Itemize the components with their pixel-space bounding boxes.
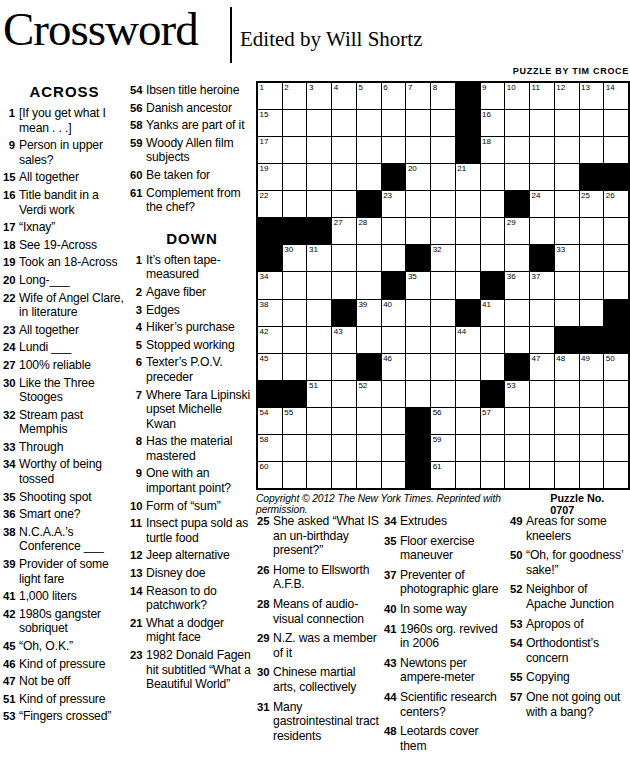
grid-cell[interactable] xyxy=(357,408,381,434)
grid-cell[interactable] xyxy=(406,191,430,217)
grid-cell[interactable] xyxy=(357,110,381,136)
grid-cell[interactable] xyxy=(505,408,529,434)
clue-text: What a dodger might face xyxy=(146,616,254,645)
grid-cell[interactable] xyxy=(332,354,356,380)
clue-text: 1982 Donald Fagen hit subtitled “What a … xyxy=(146,648,254,692)
cell-number: 12 xyxy=(556,83,565,93)
grid-cell[interactable] xyxy=(456,462,480,488)
grid-cell[interactable]: 43 xyxy=(332,327,356,353)
grid-cell[interactable] xyxy=(530,218,554,244)
grid-cell[interactable]: 57 xyxy=(481,408,505,434)
clue-number: 2 xyxy=(130,285,146,300)
grid-cell[interactable] xyxy=(332,110,356,136)
grid-cell[interactable]: 41 xyxy=(481,300,505,326)
grid-cell[interactable]: 12 xyxy=(555,83,579,109)
grid-cell[interactable]: 30 xyxy=(283,245,307,271)
grid-cell[interactable]: 39 xyxy=(357,300,381,326)
clue-column-across-down: 54Ibsen title heroine56Danish ancestor58… xyxy=(130,83,254,695)
clue-down-23: 231982 Donald Fagen hit subtitled “What … xyxy=(130,648,254,692)
clue-down-30: 30Chinese martial arts, collectively xyxy=(257,665,379,694)
grid-cell[interactable] xyxy=(283,164,307,190)
grid-cell[interactable] xyxy=(283,462,307,488)
grid-cell[interactable] xyxy=(530,381,554,407)
grid-cell[interactable] xyxy=(382,435,406,461)
clue-down-1: 1It’s often tape-measured xyxy=(130,253,254,282)
grid-cell[interactable]: 13 xyxy=(580,83,604,109)
grid-cell[interactable]: 11 xyxy=(530,83,554,109)
grid-cell[interactable] xyxy=(382,408,406,434)
cell-number: 60 xyxy=(260,462,269,472)
grid-cell[interactable] xyxy=(382,381,406,407)
grid-cell[interactable] xyxy=(530,462,554,488)
grid-cell[interactable] xyxy=(406,110,430,136)
clue-down-26: 26Home to Ellsworth A.F.B. xyxy=(257,563,379,592)
grid-cell[interactable] xyxy=(555,110,579,136)
grid-cell[interactable] xyxy=(357,164,381,190)
clue-text: Shooting spot xyxy=(19,490,126,505)
clue-text: Wife of Angel Clare, in literature xyxy=(19,291,126,320)
cell-number: 55 xyxy=(284,408,293,418)
clue-number: 47 xyxy=(3,674,19,689)
grid-cell[interactable] xyxy=(431,191,455,217)
grid-cell[interactable] xyxy=(431,327,455,353)
grid-cell[interactable] xyxy=(431,137,455,163)
grid-cell[interactable] xyxy=(505,164,529,190)
clue-across-1: 1[If you get what I mean . . .] xyxy=(3,106,126,135)
grid-cell[interactable] xyxy=(456,381,480,407)
clue-down-14: 14Reason to do patchwork? xyxy=(130,584,254,613)
clue-across-60: 60Be taken for xyxy=(130,168,254,183)
clue-text: Danish ancestor xyxy=(146,101,254,116)
grid-cell[interactable] xyxy=(332,408,356,434)
grid-cell[interactable] xyxy=(357,435,381,461)
grid-cell[interactable] xyxy=(307,462,331,488)
grid-cell[interactable] xyxy=(431,300,455,326)
cell-number: 26 xyxy=(606,191,615,201)
grid-cell[interactable] xyxy=(382,137,406,163)
grid-cell[interactable] xyxy=(456,435,480,461)
clue-text: Means of audio-visual connection xyxy=(273,597,379,626)
grid-cell[interactable]: 33 xyxy=(555,245,579,271)
grid-cell[interactable] xyxy=(481,435,505,461)
grid-cell[interactable] xyxy=(382,110,406,136)
grid-cell[interactable]: 8 xyxy=(431,83,455,109)
grid-cell[interactable] xyxy=(332,435,356,461)
grid-cell[interactable] xyxy=(406,137,430,163)
grid-cell[interactable] xyxy=(580,462,604,488)
grid-cell[interactable] xyxy=(283,354,307,380)
clue-text: Has the material mastered xyxy=(146,434,254,463)
grid-cell[interactable] xyxy=(382,218,406,244)
clue-down-9: 9One with an important point? xyxy=(130,466,254,495)
clue-text: It’s often tape-measured xyxy=(146,253,254,282)
grid-cell[interactable] xyxy=(357,272,381,298)
grid-cell[interactable] xyxy=(580,137,604,163)
grid-cell[interactable] xyxy=(604,110,628,136)
cell-number: 43 xyxy=(334,327,343,337)
grid-cell[interactable] xyxy=(530,110,554,136)
clue-across-16: 16Title bandit in a Verdi work xyxy=(3,188,126,217)
grid-cell[interactable] xyxy=(406,300,430,326)
grid-cell[interactable]: 53 xyxy=(505,381,529,407)
grid-cell[interactable] xyxy=(555,408,579,434)
clue-down-35: 35Floor exercise maneuver xyxy=(384,534,506,563)
grid-cell[interactable] xyxy=(580,110,604,136)
clue-down-11: 11Insect pupa sold as turtle food xyxy=(130,516,254,545)
grid-cell[interactable] xyxy=(580,381,604,407)
clue-list-header-across: ACROSS xyxy=(3,83,126,100)
clue-across-59: 59Woody Allen film subjects xyxy=(130,136,254,165)
grid-cell-black xyxy=(307,218,331,244)
grid-cell[interactable] xyxy=(555,272,579,298)
grid-cell[interactable]: 37 xyxy=(530,272,554,298)
grid-cell[interactable]: 27 xyxy=(332,218,356,244)
grid-cell[interactable]: 38 xyxy=(258,300,282,326)
grid-cell[interactable]: 15 xyxy=(258,110,282,136)
title-divider xyxy=(230,7,232,63)
grid-cell[interactable] xyxy=(431,218,455,244)
clue-number: 4 xyxy=(130,320,146,335)
clue-down-8: 8Has the material mastered xyxy=(130,434,254,463)
clue-text: Agave fiber xyxy=(146,285,254,300)
grid-cell[interactable] xyxy=(555,137,579,163)
grid-cell[interactable] xyxy=(357,137,381,163)
clue-number: 13 xyxy=(130,566,146,581)
clue-number: 12 xyxy=(130,548,146,563)
grid-cell[interactable] xyxy=(382,327,406,353)
clue-number: 45 xyxy=(3,639,19,654)
grid-cell[interactable]: 28 xyxy=(357,218,381,244)
clue-text: Kind of pressure xyxy=(19,657,126,672)
clue-text: Home to Ellsworth A.F.B. xyxy=(273,563,379,592)
grid-cell[interactable] xyxy=(332,245,356,271)
grid-cell[interactable]: 32 xyxy=(431,245,455,271)
grid-cell[interactable]: 2 xyxy=(283,83,307,109)
grid-cell[interactable] xyxy=(555,300,579,326)
grid-cell[interactable] xyxy=(332,381,356,407)
clue-number: 7 xyxy=(130,388,146,432)
grid-cell[interactable] xyxy=(307,272,331,298)
grid-cell[interactable] xyxy=(456,408,480,434)
clue-across-23: 23All together xyxy=(3,323,126,338)
clue-number: 17 xyxy=(3,220,19,235)
cell-number: 49 xyxy=(581,354,590,364)
cell-number: 37 xyxy=(532,272,541,282)
grid-cell[interactable]: 29 xyxy=(505,218,529,244)
clue-number: 49 xyxy=(510,514,526,543)
clue-text: All together xyxy=(19,323,126,338)
grid-cell[interactable]: 14 xyxy=(604,83,628,109)
grid-cell[interactable] xyxy=(307,110,331,136)
grid-cell[interactable] xyxy=(307,300,331,326)
crossword-page: Crossword Edited by Will Shortz PUZZLE B… xyxy=(0,0,630,780)
grid-cell[interactable] xyxy=(555,381,579,407)
grid-cell-black xyxy=(604,327,628,353)
grid-cell[interactable]: 59 xyxy=(431,435,455,461)
grid-cell[interactable] xyxy=(307,354,331,380)
clue-down-54: 54Orthodontist’s concern xyxy=(510,636,630,665)
grid-cell[interactable]: 22 xyxy=(258,191,282,217)
cell-number: 15 xyxy=(260,110,269,120)
grid-cell[interactable]: 44 xyxy=(456,327,480,353)
clue-down-48: 48Leotards cover them xyxy=(384,724,506,753)
grid-cell-black xyxy=(555,327,579,353)
grid-cell[interactable]: 46 xyxy=(382,354,406,380)
clue-number: 9 xyxy=(130,466,146,495)
clue-down-37: 37Preventer of photographic glare xyxy=(384,568,506,597)
grid-cell[interactable] xyxy=(307,191,331,217)
grid-cell[interactable] xyxy=(604,218,628,244)
clue-text: Scientific research centers? xyxy=(400,690,506,719)
grid-cell[interactable] xyxy=(456,191,480,217)
grid-footer: Copyright © 2012 The New York Times. Rep… xyxy=(256,492,630,516)
grid-cell[interactable] xyxy=(283,435,307,461)
grid-cell[interactable] xyxy=(555,435,579,461)
cell-number: 41 xyxy=(482,300,491,310)
grid-cell[interactable] xyxy=(283,327,307,353)
grid-cell[interactable] xyxy=(505,327,529,353)
clue-across-42: 421980s gangster sobriquet xyxy=(3,607,126,636)
clue-number: 33 xyxy=(3,440,19,455)
clue-down-55: 55Copying xyxy=(510,670,630,685)
grid-cell[interactable] xyxy=(332,462,356,488)
grid-cell[interactable]: 10 xyxy=(505,83,529,109)
grid-cell[interactable] xyxy=(431,354,455,380)
grid-cell[interactable] xyxy=(530,164,554,190)
grid-cell[interactable] xyxy=(283,300,307,326)
grid-cell[interactable] xyxy=(505,137,529,163)
grid-cell[interactable] xyxy=(332,137,356,163)
grid-cell[interactable] xyxy=(481,327,505,353)
grid-cell[interactable] xyxy=(456,272,480,298)
clue-across-46: 46Kind of pressure xyxy=(3,657,126,672)
grid-cell[interactable] xyxy=(481,218,505,244)
grid-cell[interactable] xyxy=(604,408,628,434)
grid-cell[interactable] xyxy=(604,245,628,271)
clue-number: 55 xyxy=(510,670,526,685)
grid-cell[interactable] xyxy=(505,462,529,488)
grid-cell[interactable]: 51 xyxy=(307,381,331,407)
grid-cell[interactable] xyxy=(431,381,455,407)
grid-cell[interactable]: 52 xyxy=(357,381,381,407)
grid-cell[interactable] xyxy=(406,218,430,244)
grid-cell[interactable]: 55 xyxy=(283,408,307,434)
clue-down-34: 34Extrudes xyxy=(384,514,506,529)
grid-cell[interactable] xyxy=(481,245,505,271)
grid-cell[interactable]: 31 xyxy=(307,245,331,271)
grid-cell[interactable] xyxy=(357,245,381,271)
grid-cell[interactable] xyxy=(555,191,579,217)
grid-cell[interactable] xyxy=(406,381,430,407)
grid-cell[interactable] xyxy=(555,164,579,190)
clue-across-17: 17“Ixnay” xyxy=(3,220,126,235)
grid-cell[interactable]: 48 xyxy=(555,354,579,380)
grid-cell[interactable] xyxy=(481,462,505,488)
grid-cell[interactable]: 47 xyxy=(530,354,554,380)
grid-cell[interactable] xyxy=(307,408,331,434)
grid-cell[interactable] xyxy=(431,272,455,298)
grid-cell[interactable]: 61 xyxy=(431,462,455,488)
grid-cell[interactable] xyxy=(382,462,406,488)
grid-cell-black xyxy=(481,381,505,407)
grid-cell[interactable] xyxy=(604,435,628,461)
clue-text: Lundi ___ xyxy=(19,340,126,355)
grid-cell[interactable] xyxy=(431,110,455,136)
grid-cell[interactable] xyxy=(481,191,505,217)
grid-cell[interactable] xyxy=(406,354,430,380)
grid-cell[interactable] xyxy=(530,435,554,461)
clue-column-down-1: 25She asked “What IS an un-birthday pres… xyxy=(257,514,379,748)
grid-cell-black xyxy=(456,137,480,163)
cell-number: 20 xyxy=(408,164,417,174)
grid-cell[interactable] xyxy=(332,191,356,217)
clue-number: 61 xyxy=(130,186,146,215)
grid-cell[interactable] xyxy=(604,381,628,407)
cell-number: 8 xyxy=(433,83,437,93)
grid-cell[interactable]: 54 xyxy=(258,408,282,434)
clue-number: 24 xyxy=(3,340,19,355)
grid-cell[interactable] xyxy=(530,327,554,353)
grid-cell[interactable] xyxy=(456,245,480,271)
grid-cell[interactable]: 60 xyxy=(258,462,282,488)
grid-cell[interactable]: 34 xyxy=(258,272,282,298)
grid-cell[interactable] xyxy=(580,435,604,461)
grid-cell[interactable] xyxy=(505,245,529,271)
grid-cell[interactable] xyxy=(456,354,480,380)
grid-cell[interactable] xyxy=(332,164,356,190)
clue-text: Edges xyxy=(146,303,254,318)
grid-cell[interactable] xyxy=(307,327,331,353)
grid-cell[interactable]: 3 xyxy=(307,83,331,109)
grid-cell[interactable] xyxy=(357,462,381,488)
grid-cell[interactable] xyxy=(604,137,628,163)
cell-number: 52 xyxy=(358,381,367,391)
grid-cell[interactable] xyxy=(580,300,604,326)
grid-cell[interactable] xyxy=(456,218,480,244)
grid-cell[interactable]: 26 xyxy=(604,191,628,217)
grid-cell[interactable]: 16 xyxy=(481,110,505,136)
grid-cell[interactable] xyxy=(580,408,604,434)
grid-cell[interactable]: 42 xyxy=(258,327,282,353)
grid-cell[interactable] xyxy=(307,164,331,190)
grid-cell[interactable] xyxy=(307,137,331,163)
grid-cell[interactable] xyxy=(481,354,505,380)
cell-number: 35 xyxy=(408,272,417,282)
clue-down-43: 43Newtons per ampere-meter xyxy=(384,656,506,685)
grid-cell[interactable] xyxy=(604,272,628,298)
grid-cell[interactable]: 25 xyxy=(580,191,604,217)
grid-cell[interactable] xyxy=(580,218,604,244)
grid-cell[interactable] xyxy=(307,435,331,461)
grid-cell[interactable] xyxy=(580,272,604,298)
grid-cell[interactable] xyxy=(332,272,356,298)
clue-text: 1980s gangster sobriquet xyxy=(19,607,126,636)
clue-number: 21 xyxy=(130,616,146,645)
grid-cell[interactable] xyxy=(481,164,505,190)
grid-cell[interactable] xyxy=(505,110,529,136)
grid-cell[interactable]: 40 xyxy=(382,300,406,326)
grid-cell[interactable]: 7 xyxy=(406,83,430,109)
grid-cell[interactable]: 50 xyxy=(604,354,628,380)
cell-number: 3 xyxy=(309,83,313,93)
grid-cell[interactable]: 9 xyxy=(481,83,505,109)
clue-number: 3 xyxy=(130,303,146,318)
clue-across-24: 24Lundi ___ xyxy=(3,340,126,355)
grid-cell[interactable]: 20 xyxy=(406,164,430,190)
grid-cell[interactable] xyxy=(406,327,430,353)
grid-cell-black xyxy=(406,245,430,271)
cell-number: 54 xyxy=(260,408,269,418)
clue-text: Neighbor of Apache Junction xyxy=(526,582,630,611)
grid-cell[interactable]: 36 xyxy=(505,272,529,298)
clue-text: Floor exercise maneuver xyxy=(400,534,506,563)
grid-cell[interactable]: 21 xyxy=(456,164,480,190)
grid-cell[interactable]: 4 xyxy=(332,83,356,109)
clue-text: 100% reliable xyxy=(19,358,126,373)
clue-number: 5 xyxy=(130,338,146,353)
clue-text: Extrudes xyxy=(400,514,506,529)
clue-number: 23 xyxy=(130,648,146,692)
grid-cell[interactable] xyxy=(530,137,554,163)
grid-cell[interactable] xyxy=(283,191,307,217)
cell-number: 9 xyxy=(482,83,486,93)
grid-cell[interactable] xyxy=(555,218,579,244)
grid-cell[interactable]: 49 xyxy=(580,354,604,380)
grid-cell[interactable] xyxy=(283,272,307,298)
clue-text: Provider of some light fare xyxy=(19,557,126,586)
grid-cell[interactable] xyxy=(382,245,406,271)
clue-number: 8 xyxy=(130,434,146,463)
clue-number: 29 xyxy=(257,631,273,660)
grid-cell[interactable] xyxy=(505,300,529,326)
grid-cell[interactable]: 19 xyxy=(258,164,282,190)
grid-cell[interactable] xyxy=(555,462,579,488)
clue-across-53: 53“Fingers crossed” xyxy=(3,709,126,724)
cell-number: 31 xyxy=(309,245,318,255)
grid-cell[interactable]: 24 xyxy=(530,191,554,217)
grid-cell[interactable]: 6 xyxy=(382,83,406,109)
grid-cell-black xyxy=(357,354,381,380)
grid-cell[interactable] xyxy=(530,408,554,434)
clue-text: Title bandit in a Verdi work xyxy=(19,188,126,217)
grid-cell[interactable] xyxy=(283,137,307,163)
grid-cell-black xyxy=(258,245,282,271)
grid-cell[interactable]: 17 xyxy=(258,137,282,163)
grid-cell[interactable]: 35 xyxy=(406,272,430,298)
grid-cell[interactable] xyxy=(530,300,554,326)
grid-cell[interactable]: 23 xyxy=(382,191,406,217)
grid-cell[interactable]: 5 xyxy=(357,83,381,109)
grid-cell[interactable] xyxy=(283,110,307,136)
clue-text: Chinese martial arts, collectively xyxy=(273,665,379,694)
grid-cell[interactable] xyxy=(604,462,628,488)
grid-cell[interactable]: 45 xyxy=(258,354,282,380)
grid-cell[interactable] xyxy=(431,164,455,190)
grid-cell[interactable] xyxy=(505,435,529,461)
grid-cell[interactable] xyxy=(580,245,604,271)
cell-number: 36 xyxy=(507,272,516,282)
grid-cell[interactable]: 58 xyxy=(258,435,282,461)
clue-text: One with an important point? xyxy=(146,466,254,495)
grid-cell[interactable] xyxy=(357,327,381,353)
grid-cell[interactable]: 56 xyxy=(431,408,455,434)
grid-cell[interactable]: 1 xyxy=(258,83,282,109)
clue-column-down-3: 49Areas for some kneelers50“Oh, for good… xyxy=(510,514,630,724)
grid-cell[interactable]: 18 xyxy=(481,137,505,163)
clue-number: 58 xyxy=(130,118,146,133)
clue-number: 60 xyxy=(130,168,146,183)
clue-text: “Ixnay” xyxy=(19,220,126,235)
